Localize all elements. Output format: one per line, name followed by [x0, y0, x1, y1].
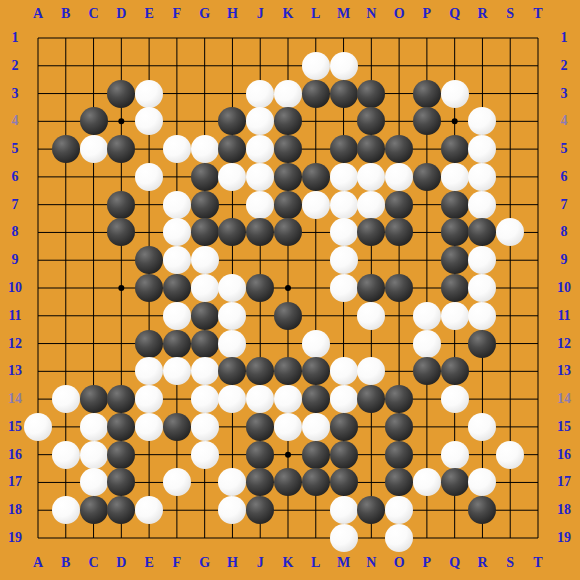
intersection-E10[interactable] [135, 274, 163, 302]
intersection-F19[interactable] [163, 524, 191, 552]
intersection-N4[interactable] [357, 107, 385, 135]
white-stone-Q6[interactable] [441, 163, 469, 191]
white-stone-J3[interactable] [246, 80, 274, 108]
intersection-F3[interactable] [163, 80, 191, 108]
intersection-N9[interactable] [357, 246, 385, 274]
black-stone-O7[interactable] [385, 191, 413, 219]
intersection-D5[interactable] [107, 135, 135, 163]
intersection-M12[interactable] [330, 330, 358, 358]
white-stone-J14[interactable] [246, 385, 274, 413]
intersection-C4[interactable] [80, 107, 108, 135]
intersection-K16[interactable] [274, 441, 302, 469]
intersection-N1[interactable] [357, 24, 385, 52]
intersection-A8[interactable] [24, 218, 52, 246]
intersection-S4[interactable] [496, 107, 524, 135]
intersection-N12[interactable] [357, 330, 385, 358]
intersection-R3[interactable] [468, 80, 496, 108]
intersection-S6[interactable] [496, 163, 524, 191]
intersection-O11[interactable] [385, 302, 413, 330]
intersection-D11[interactable] [107, 302, 135, 330]
intersection-T7[interactable] [524, 191, 552, 219]
intersection-D6[interactable] [107, 163, 135, 191]
black-stone-H5[interactable] [218, 135, 246, 163]
intersection-S16[interactable] [496, 441, 524, 469]
intersection-O9[interactable] [385, 246, 413, 274]
intersection-S2[interactable] [496, 52, 524, 80]
intersection-R18[interactable] [468, 496, 496, 524]
intersection-T10[interactable] [524, 274, 552, 302]
intersection-N17[interactable] [357, 468, 385, 496]
intersection-H17[interactable] [218, 468, 246, 496]
white-stone-G16[interactable] [191, 441, 219, 469]
black-stone-E10[interactable] [135, 274, 163, 302]
intersection-O1[interactable] [385, 24, 413, 52]
intersection-F6[interactable] [163, 163, 191, 191]
intersection-F4[interactable] [163, 107, 191, 135]
intersection-K17[interactable] [274, 468, 302, 496]
intersection-K11[interactable] [274, 302, 302, 330]
intersection-J10[interactable] [246, 274, 274, 302]
intersection-Q8[interactable] [441, 218, 469, 246]
white-stone-E4[interactable] [135, 107, 163, 135]
white-stone-M14[interactable] [330, 385, 358, 413]
intersection-L14[interactable] [302, 385, 330, 413]
intersection-S1[interactable] [496, 24, 524, 52]
intersection-E6[interactable] [135, 163, 163, 191]
white-stone-G14[interactable] [191, 385, 219, 413]
intersection-E14[interactable] [135, 385, 163, 413]
intersection-L17[interactable] [302, 468, 330, 496]
black-stone-N18[interactable] [357, 496, 385, 524]
intersection-B12[interactable] [52, 330, 80, 358]
intersection-O17[interactable] [385, 468, 413, 496]
intersection-L16[interactable] [302, 441, 330, 469]
intersection-Q17[interactable] [441, 468, 469, 496]
intersection-C10[interactable] [80, 274, 108, 302]
intersection-B5[interactable] [52, 135, 80, 163]
intersection-F12[interactable] [163, 330, 191, 358]
intersection-J4[interactable] [246, 107, 274, 135]
white-stone-Q11[interactable] [441, 302, 469, 330]
intersection-E8[interactable] [135, 218, 163, 246]
black-stone-C18[interactable] [80, 496, 108, 524]
intersection-H16[interactable] [218, 441, 246, 469]
intersection-K19[interactable] [274, 524, 302, 552]
black-stone-K6[interactable] [274, 163, 302, 191]
intersection-D7[interactable] [107, 191, 135, 219]
black-stone-Q10[interactable] [441, 274, 469, 302]
intersection-Q16[interactable] [441, 441, 469, 469]
black-stone-F10[interactable] [163, 274, 191, 302]
intersection-L6[interactable] [302, 163, 330, 191]
intersection-K18[interactable] [274, 496, 302, 524]
intersection-P9[interactable] [413, 246, 441, 274]
black-stone-P13[interactable] [413, 357, 441, 385]
intersection-F5[interactable] [163, 135, 191, 163]
intersection-B16[interactable] [52, 441, 80, 469]
intersection-E18[interactable] [135, 496, 163, 524]
black-stone-D16[interactable] [107, 441, 135, 469]
white-stone-P17[interactable] [413, 468, 441, 496]
white-stone-E18[interactable] [135, 496, 163, 524]
black-stone-D15[interactable] [107, 413, 135, 441]
white-stone-C15[interactable] [80, 413, 108, 441]
black-stone-Q17[interactable] [441, 468, 469, 496]
white-stone-B16[interactable] [52, 441, 80, 469]
white-stone-S16[interactable] [496, 441, 524, 469]
intersection-F17[interactable] [163, 468, 191, 496]
intersection-J17[interactable] [246, 468, 274, 496]
intersection-S5[interactable] [496, 135, 524, 163]
intersection-N2[interactable] [357, 52, 385, 80]
intersection-G6[interactable] [191, 163, 219, 191]
intersection-D17[interactable] [107, 468, 135, 496]
white-stone-R11[interactable] [468, 302, 496, 330]
intersection-B15[interactable] [52, 413, 80, 441]
intersection-S19[interactable] [496, 524, 524, 552]
white-stone-H14[interactable] [218, 385, 246, 413]
intersection-C12[interactable] [80, 330, 108, 358]
intersection-L3[interactable] [302, 80, 330, 108]
intersection-P7[interactable] [413, 191, 441, 219]
intersection-D1[interactable] [107, 24, 135, 52]
intersection-P14[interactable] [413, 385, 441, 413]
intersection-B13[interactable] [52, 357, 80, 385]
black-stone-K5[interactable] [274, 135, 302, 163]
intersection-P3[interactable] [413, 80, 441, 108]
intersection-Q4[interactable] [441, 107, 469, 135]
intersection-A14[interactable] [24, 385, 52, 413]
black-stone-B5[interactable] [52, 135, 80, 163]
intersection-L18[interactable] [302, 496, 330, 524]
intersection-B1[interactable] [52, 24, 80, 52]
white-stone-S8[interactable] [496, 218, 524, 246]
intersection-P8[interactable] [413, 218, 441, 246]
intersection-M11[interactable] [330, 302, 358, 330]
intersection-A3[interactable] [24, 80, 52, 108]
black-stone-K8[interactable] [274, 218, 302, 246]
black-stone-J13[interactable] [246, 357, 274, 385]
white-stone-Q3[interactable] [441, 80, 469, 108]
intersection-G4[interactable] [191, 107, 219, 135]
white-stone-M9[interactable] [330, 246, 358, 274]
intersection-S11[interactable] [496, 302, 524, 330]
intersection-E9[interactable] [135, 246, 163, 274]
white-stone-C5[interactable] [80, 135, 108, 163]
intersection-O13[interactable] [385, 357, 413, 385]
intersection-N10[interactable] [357, 274, 385, 302]
intersection-J5[interactable] [246, 135, 274, 163]
white-stone-G5[interactable] [191, 135, 219, 163]
intersection-H11[interactable] [218, 302, 246, 330]
intersection-N11[interactable] [357, 302, 385, 330]
intersection-H2[interactable] [218, 52, 246, 80]
intersection-L5[interactable] [302, 135, 330, 163]
black-stone-L3[interactable] [302, 80, 330, 108]
white-stone-C16[interactable] [80, 441, 108, 469]
intersection-N7[interactable] [357, 191, 385, 219]
intersection-J14[interactable] [246, 385, 274, 413]
intersection-O15[interactable] [385, 413, 413, 441]
intersection-F1[interactable] [163, 24, 191, 52]
intersection-Q18[interactable] [441, 496, 469, 524]
intersection-F16[interactable] [163, 441, 191, 469]
white-stone-J6[interactable] [246, 163, 274, 191]
intersection-A2[interactable] [24, 52, 52, 80]
intersection-D4[interactable] [107, 107, 135, 135]
intersection-M8[interactable] [330, 218, 358, 246]
white-stone-A15[interactable] [24, 413, 52, 441]
white-stone-R17[interactable] [468, 468, 496, 496]
intersection-B18[interactable] [52, 496, 80, 524]
intersection-M7[interactable] [330, 191, 358, 219]
black-stone-N4[interactable] [357, 107, 385, 135]
intersection-E16[interactable] [135, 441, 163, 469]
intersection-M1[interactable] [330, 24, 358, 52]
intersection-D12[interactable] [107, 330, 135, 358]
intersection-B4[interactable] [52, 107, 80, 135]
intersection-F14[interactable] [163, 385, 191, 413]
white-stone-E3[interactable] [135, 80, 163, 108]
intersection-A7[interactable] [24, 191, 52, 219]
intersection-Q6[interactable] [441, 163, 469, 191]
intersection-F11[interactable] [163, 302, 191, 330]
intersection-J6[interactable] [246, 163, 274, 191]
intersection-K4[interactable] [274, 107, 302, 135]
intersection-G14[interactable] [191, 385, 219, 413]
intersection-N16[interactable] [357, 441, 385, 469]
intersection-C5[interactable] [80, 135, 108, 163]
intersection-L19[interactable] [302, 524, 330, 552]
intersection-P13[interactable] [413, 357, 441, 385]
black-stone-L14[interactable] [302, 385, 330, 413]
white-stone-O6[interactable] [385, 163, 413, 191]
intersection-B19[interactable] [52, 524, 80, 552]
black-stone-R8[interactable] [468, 218, 496, 246]
black-stone-F15[interactable] [163, 413, 191, 441]
intersection-E4[interactable] [135, 107, 163, 135]
white-stone-N7[interactable] [357, 191, 385, 219]
intersection-H18[interactable] [218, 496, 246, 524]
intersection-D9[interactable] [107, 246, 135, 274]
intersection-M9[interactable] [330, 246, 358, 274]
intersection-P10[interactable] [413, 274, 441, 302]
intersection-S17[interactable] [496, 468, 524, 496]
black-stone-O17[interactable] [385, 468, 413, 496]
white-stone-G15[interactable] [191, 413, 219, 441]
black-stone-M16[interactable] [330, 441, 358, 469]
black-stone-G7[interactable] [191, 191, 219, 219]
intersection-J18[interactable] [246, 496, 274, 524]
intersection-R7[interactable] [468, 191, 496, 219]
intersection-K9[interactable] [274, 246, 302, 274]
white-stone-L2[interactable] [302, 52, 330, 80]
intersection-Q3[interactable] [441, 80, 469, 108]
intersection-C6[interactable] [80, 163, 108, 191]
black-stone-Q5[interactable] [441, 135, 469, 163]
intersection-J11[interactable] [246, 302, 274, 330]
intersection-L1[interactable] [302, 24, 330, 52]
intersection-C11[interactable] [80, 302, 108, 330]
intersection-M2[interactable] [330, 52, 358, 80]
white-stone-H18[interactable] [218, 496, 246, 524]
intersection-D10[interactable] [107, 274, 135, 302]
intersection-H19[interactable] [218, 524, 246, 552]
intersection-B7[interactable] [52, 191, 80, 219]
intersection-B17[interactable] [52, 468, 80, 496]
intersection-K10[interactable] [274, 274, 302, 302]
intersection-B11[interactable] [52, 302, 80, 330]
intersection-C17[interactable] [80, 468, 108, 496]
intersection-T19[interactable] [524, 524, 552, 552]
black-stone-J17[interactable] [246, 468, 274, 496]
intersection-T17[interactable] [524, 468, 552, 496]
intersection-M14[interactable] [330, 385, 358, 413]
intersection-T14[interactable] [524, 385, 552, 413]
intersection-F15[interactable] [163, 413, 191, 441]
intersection-N18[interactable] [357, 496, 385, 524]
intersection-O10[interactable] [385, 274, 413, 302]
white-stone-K3[interactable] [274, 80, 302, 108]
intersection-C14[interactable] [80, 385, 108, 413]
intersection-N5[interactable] [357, 135, 385, 163]
black-stone-K17[interactable] [274, 468, 302, 496]
intersection-D19[interactable] [107, 524, 135, 552]
intersection-S18[interactable] [496, 496, 524, 524]
intersection-S10[interactable] [496, 274, 524, 302]
white-stone-F11[interactable] [163, 302, 191, 330]
intersection-J19[interactable] [246, 524, 274, 552]
white-stone-J4[interactable] [246, 107, 274, 135]
white-stone-H10[interactable] [218, 274, 246, 302]
white-stone-O18[interactable] [385, 496, 413, 524]
intersection-R8[interactable] [468, 218, 496, 246]
intersection-Q19[interactable] [441, 524, 469, 552]
intersection-T2[interactable] [524, 52, 552, 80]
intersection-L11[interactable] [302, 302, 330, 330]
white-stone-E6[interactable] [135, 163, 163, 191]
intersection-E19[interactable] [135, 524, 163, 552]
white-stone-B14[interactable] [52, 385, 80, 413]
black-stone-M3[interactable] [330, 80, 358, 108]
intersection-K8[interactable] [274, 218, 302, 246]
white-stone-F13[interactable] [163, 357, 191, 385]
intersection-A19[interactable] [24, 524, 52, 552]
black-stone-L17[interactable] [302, 468, 330, 496]
intersection-R11[interactable] [468, 302, 496, 330]
intersection-A11[interactable] [24, 302, 52, 330]
white-stone-N13[interactable] [357, 357, 385, 385]
black-stone-D18[interactable] [107, 496, 135, 524]
black-stone-R12[interactable] [468, 330, 496, 358]
intersection-C18[interactable] [80, 496, 108, 524]
intersection-R6[interactable] [468, 163, 496, 191]
intersection-R10[interactable] [468, 274, 496, 302]
white-stone-E14[interactable] [135, 385, 163, 413]
intersection-J13[interactable] [246, 357, 274, 385]
intersection-T11[interactable] [524, 302, 552, 330]
white-stone-O19[interactable] [385, 524, 413, 552]
black-stone-O16[interactable] [385, 441, 413, 469]
intersection-S15[interactable] [496, 413, 524, 441]
intersection-E12[interactable] [135, 330, 163, 358]
intersection-K3[interactable] [274, 80, 302, 108]
intersection-C8[interactable] [80, 218, 108, 246]
black-stone-D14[interactable] [107, 385, 135, 413]
white-stone-M19[interactable] [330, 524, 358, 552]
intersection-G15[interactable] [191, 413, 219, 441]
intersection-A13[interactable] [24, 357, 52, 385]
white-stone-G9[interactable] [191, 246, 219, 274]
black-stone-J8[interactable] [246, 218, 274, 246]
intersection-C9[interactable] [80, 246, 108, 274]
intersection-G17[interactable] [191, 468, 219, 496]
intersection-T1[interactable] [524, 24, 552, 52]
intersection-O19[interactable] [385, 524, 413, 552]
white-stone-E15[interactable] [135, 413, 163, 441]
black-stone-G8[interactable] [191, 218, 219, 246]
intersection-O4[interactable] [385, 107, 413, 135]
black-stone-M17[interactable] [330, 468, 358, 496]
intersection-A4[interactable] [24, 107, 52, 135]
intersection-P16[interactable] [413, 441, 441, 469]
intersection-K1[interactable] [274, 24, 302, 52]
intersection-A1[interactable] [24, 24, 52, 52]
white-stone-H17[interactable] [218, 468, 246, 496]
intersection-O3[interactable] [385, 80, 413, 108]
white-stone-Q16[interactable] [441, 441, 469, 469]
white-stone-J7[interactable] [246, 191, 274, 219]
intersection-L10[interactable] [302, 274, 330, 302]
intersection-R17[interactable] [468, 468, 496, 496]
black-stone-G11[interactable] [191, 302, 219, 330]
intersection-E5[interactable] [135, 135, 163, 163]
intersection-A15[interactable] [24, 413, 52, 441]
intersection-J1[interactable] [246, 24, 274, 52]
white-stone-K14[interactable] [274, 385, 302, 413]
white-stone-K15[interactable] [274, 413, 302, 441]
intersection-B8[interactable] [52, 218, 80, 246]
intersection-C15[interactable] [80, 413, 108, 441]
intersection-H13[interactable] [218, 357, 246, 385]
intersection-F13[interactable] [163, 357, 191, 385]
white-stone-P11[interactable] [413, 302, 441, 330]
white-stone-F9[interactable] [163, 246, 191, 274]
intersection-L15[interactable] [302, 413, 330, 441]
intersection-E1[interactable] [135, 24, 163, 52]
black-stone-G12[interactable] [191, 330, 219, 358]
intersection-C13[interactable] [80, 357, 108, 385]
black-stone-D3[interactable] [107, 80, 135, 108]
intersection-D8[interactable] [107, 218, 135, 246]
intersection-K7[interactable] [274, 191, 302, 219]
black-stone-E9[interactable] [135, 246, 163, 274]
black-stone-Q13[interactable] [441, 357, 469, 385]
black-stone-O10[interactable] [385, 274, 413, 302]
white-stone-G10[interactable] [191, 274, 219, 302]
white-stone-J5[interactable] [246, 135, 274, 163]
intersection-K14[interactable] [274, 385, 302, 413]
intersection-Q7[interactable] [441, 191, 469, 219]
intersection-J8[interactable] [246, 218, 274, 246]
intersection-L4[interactable] [302, 107, 330, 135]
intersection-Q5[interactable] [441, 135, 469, 163]
intersection-K15[interactable] [274, 413, 302, 441]
intersection-K13[interactable] [274, 357, 302, 385]
intersection-R15[interactable] [468, 413, 496, 441]
intersection-E13[interactable] [135, 357, 163, 385]
intersection-T16[interactable] [524, 441, 552, 469]
